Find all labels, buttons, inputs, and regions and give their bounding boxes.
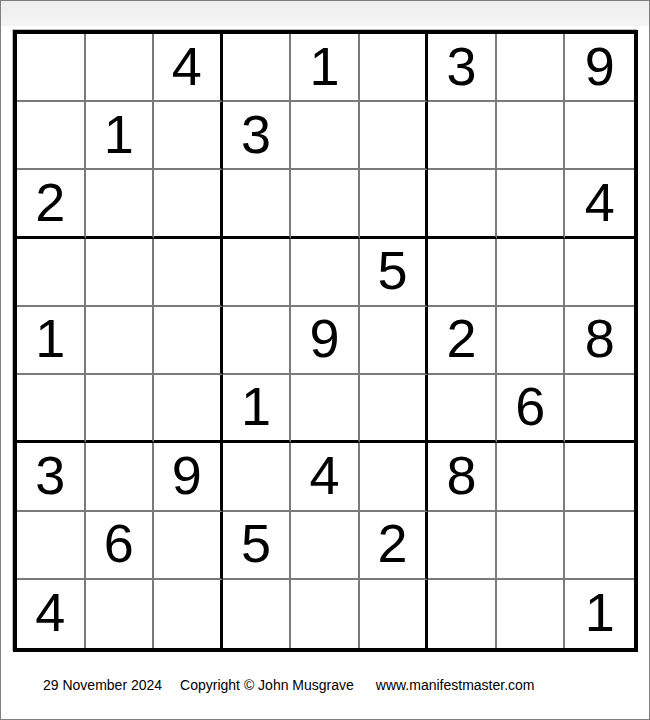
cell-r3c1: 2 — [17, 170, 86, 238]
cell-r3c8 — [497, 170, 566, 238]
puzzle-page: 413913245192816394865241 29 November 202… — [0, 0, 650, 720]
cell-r1c2 — [86, 34, 155, 102]
cell-r8c6: 2 — [360, 512, 429, 580]
cell-r7c2 — [86, 443, 155, 511]
cell-r4c4 — [223, 239, 292, 307]
cell-r2c3 — [154, 102, 223, 170]
cell-r5c1: 1 — [17, 307, 86, 375]
footer: 29 November 2024 Copyright © John Musgra… — [43, 677, 535, 693]
cell-r1c4 — [223, 34, 292, 102]
cell-r5c9: 8 — [565, 307, 634, 375]
cell-r8c8 — [497, 512, 566, 580]
cell-r8c4: 5 — [223, 512, 292, 580]
cell-r5c7: 2 — [428, 307, 497, 375]
cell-r4c1 — [17, 239, 86, 307]
cell-r4c7 — [428, 239, 497, 307]
cell-r4c3 — [154, 239, 223, 307]
cell-r3c7 — [428, 170, 497, 238]
cell-r8c5 — [291, 512, 360, 580]
cell-r9c7 — [428, 580, 497, 648]
cell-r9c8 — [497, 580, 566, 648]
cell-r2c5 — [291, 102, 360, 170]
cell-r3c9: 4 — [565, 170, 634, 238]
cell-r1c8 — [497, 34, 566, 102]
cell-r6c5 — [291, 375, 360, 443]
cell-r1c3: 4 — [154, 34, 223, 102]
cell-r1c1 — [17, 34, 86, 102]
cell-r2c7 — [428, 102, 497, 170]
cell-r1c5: 1 — [291, 34, 360, 102]
cell-r4c2 — [86, 239, 155, 307]
cell-r9c2 — [86, 580, 155, 648]
cell-r2c1 — [17, 102, 86, 170]
cell-r3c5 — [291, 170, 360, 238]
footer-date: 29 November 2024 — [43, 677, 162, 693]
cell-r8c3 — [154, 512, 223, 580]
cell-r9c1: 4 — [17, 580, 86, 648]
cell-r6c9 — [565, 375, 634, 443]
cell-r4c5 — [291, 239, 360, 307]
cell-r6c7 — [428, 375, 497, 443]
cell-r5c8 — [497, 307, 566, 375]
cell-r1c7: 3 — [428, 34, 497, 102]
header-band — [1, 1, 649, 26]
cell-r7c5: 4 — [291, 443, 360, 511]
cell-r3c3 — [154, 170, 223, 238]
cell-r8c9 — [565, 512, 634, 580]
cell-r4c8 — [497, 239, 566, 307]
footer-website: www.manifestmaster.com — [376, 677, 535, 693]
cell-r9c3 — [154, 580, 223, 648]
cell-r5c4 — [223, 307, 292, 375]
cell-r2c4: 3 — [223, 102, 292, 170]
cell-r9c6 — [360, 580, 429, 648]
cell-r7c1: 3 — [17, 443, 86, 511]
cell-r6c1 — [17, 375, 86, 443]
footer-copyright: Copyright © John Musgrave — [180, 677, 354, 693]
cell-r5c3 — [154, 307, 223, 375]
sudoku-board: 413913245192816394865241 — [13, 30, 638, 652]
cell-r7c3: 9 — [154, 443, 223, 511]
cell-r2c8 — [497, 102, 566, 170]
cell-r7c8 — [497, 443, 566, 511]
cell-r3c4 — [223, 170, 292, 238]
cell-r6c2 — [86, 375, 155, 443]
cell-r7c9 — [565, 443, 634, 511]
cell-r1c9: 9 — [565, 34, 634, 102]
cell-r4c9 — [565, 239, 634, 307]
cell-r2c9 — [565, 102, 634, 170]
cell-r5c2 — [86, 307, 155, 375]
cell-r6c4: 1 — [223, 375, 292, 443]
cell-r9c4 — [223, 580, 292, 648]
cell-r2c2: 1 — [86, 102, 155, 170]
cell-r8c2: 6 — [86, 512, 155, 580]
cell-r7c6 — [360, 443, 429, 511]
cell-r7c4 — [223, 443, 292, 511]
cell-r6c8: 6 — [497, 375, 566, 443]
cell-r6c3 — [154, 375, 223, 443]
cell-r8c1 — [17, 512, 86, 580]
cell-r7c7: 8 — [428, 443, 497, 511]
cell-r3c6 — [360, 170, 429, 238]
cell-r1c6 — [360, 34, 429, 102]
cell-r9c5 — [291, 580, 360, 648]
cell-r9c9: 1 — [565, 580, 634, 648]
cell-r4c6: 5 — [360, 239, 429, 307]
cell-r2c6 — [360, 102, 429, 170]
cell-r8c7 — [428, 512, 497, 580]
cell-r3c2 — [86, 170, 155, 238]
cell-r6c6 — [360, 375, 429, 443]
cell-r5c5: 9 — [291, 307, 360, 375]
cell-r5c6 — [360, 307, 429, 375]
